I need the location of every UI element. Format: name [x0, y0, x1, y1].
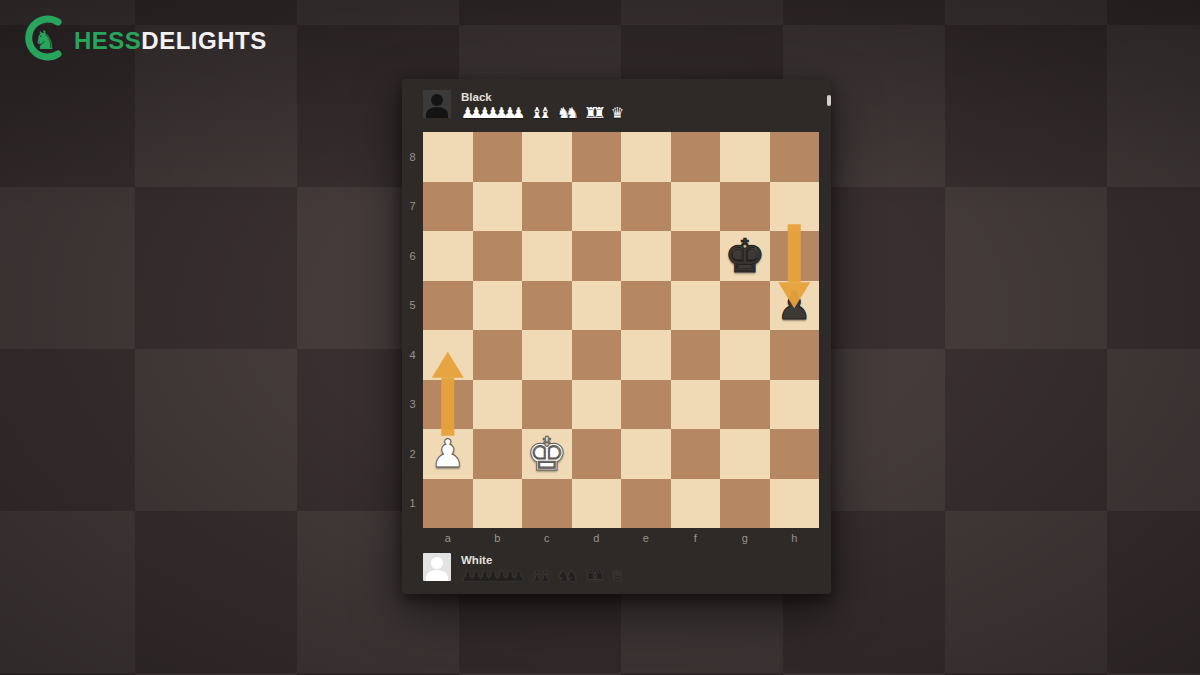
square-f1[interactable] — [671, 479, 721, 529]
square-c5[interactable] — [522, 281, 572, 331]
square-b8[interactable] — [473, 132, 523, 182]
file-labels: a b c d e f g h — [423, 528, 819, 548]
site-logo[interactable]: ♞ HESSDELIGHTS — [18, 11, 267, 65]
captured-queen: ♛ — [611, 567, 619, 585]
captured-bishops: ♝♝ — [530, 567, 547, 585]
square-f5[interactable] — [671, 281, 721, 331]
file-label: f — [671, 528, 721, 548]
captured-bishops: ♝♝ — [530, 104, 547, 122]
avatar-torso-icon — [426, 570, 448, 581]
square-e3[interactable] — [621, 380, 671, 430]
square-a1[interactable] — [423, 479, 473, 529]
square-g7[interactable] — [720, 182, 770, 232]
captured-pieces-by-black: ♟♟♟♟♟♟♟♝♝♞♞♜♜♛ — [461, 105, 619, 121]
square-f8[interactable] — [671, 132, 721, 182]
square-b6[interactable] — [473, 231, 523, 281]
piece-white-king-c2[interactable]: ♚ — [522, 429, 572, 479]
brand-text: HESSDELIGHTS — [74, 27, 267, 55]
black-avatar — [423, 90, 451, 118]
captured-queen: ♛ — [611, 104, 619, 122]
white-player-name: White — [461, 554, 619, 567]
square-a8[interactable] — [423, 132, 473, 182]
rank-label: 1 — [402, 479, 423, 529]
avatar-torso-icon — [426, 107, 448, 118]
widget-edge-marker — [827, 95, 831, 106]
piece-black-king-g6[interactable]: ♚ — [720, 231, 770, 281]
file-label: d — [572, 528, 622, 548]
captured-knights: ♞♞ — [557, 104, 574, 122]
square-f2[interactable] — [671, 429, 721, 479]
avatar-head-icon — [431, 557, 443, 569]
square-g3[interactable] — [720, 380, 770, 430]
square-d4[interactable] — [572, 330, 622, 380]
square-b4[interactable] — [473, 330, 523, 380]
knight-c-icon: ♞ — [18, 11, 70, 65]
square-c8[interactable] — [522, 132, 572, 182]
chess-board[interactable]: ♚♟♟♚ — [423, 132, 819, 528]
square-f7[interactable] — [671, 182, 721, 232]
square-e7[interactable] — [621, 182, 671, 232]
file-label: g — [720, 528, 770, 548]
avatar-head-icon — [431, 94, 443, 106]
file-label: b — [473, 528, 523, 548]
square-g6[interactable]: ♚ — [720, 231, 770, 281]
black-player-name: Black — [461, 91, 619, 104]
square-e8[interactable] — [621, 132, 671, 182]
file-label: e — [621, 528, 671, 548]
rank-label: 4 — [402, 330, 423, 380]
square-g1[interactable] — [720, 479, 770, 529]
rank-label: 5 — [402, 281, 423, 331]
square-b5[interactable] — [473, 281, 523, 331]
square-h3[interactable] — [770, 380, 820, 430]
square-d6[interactable] — [572, 231, 622, 281]
svg-text:♞: ♞ — [33, 25, 56, 55]
square-e1[interactable] — [621, 479, 671, 529]
square-d3[interactable] — [572, 380, 622, 430]
square-c3[interactable] — [522, 380, 572, 430]
file-label: c — [522, 528, 572, 548]
square-b7[interactable] — [473, 182, 523, 232]
captured-rooks: ♜♜ — [584, 567, 601, 585]
captured-pawns: ♟♟♟♟♟♟♟ — [461, 567, 520, 585]
square-g2[interactable] — [720, 429, 770, 479]
chess-widget: Black ♟♟♟♟♟♟♟♝♝♞♞♜♜♛ 8 7 6 5 4 3 2 1 ♚♟♟… — [402, 79, 831, 594]
square-e2[interactable] — [621, 429, 671, 479]
player-bar-white: White ♟♟♟♟♟♟♟♝♝♞♞♜♜♛ — [423, 553, 819, 583]
square-b1[interactable] — [473, 479, 523, 529]
square-g4[interactable] — [720, 330, 770, 380]
player-bar-black: Black ♟♟♟♟♟♟♟♝♝♞♞♜♜♛ — [423, 90, 819, 120]
square-e5[interactable] — [621, 281, 671, 331]
file-label: a — [423, 528, 473, 548]
brand-text-green: HESS — [74, 27, 141, 54]
square-h8[interactable] — [770, 132, 820, 182]
file-label: h — [770, 528, 820, 548]
square-c1[interactable] — [522, 479, 572, 529]
square-a3[interactable] — [423, 380, 473, 430]
square-e6[interactable] — [621, 231, 671, 281]
square-g5[interactable] — [720, 281, 770, 331]
square-f6[interactable] — [671, 231, 721, 281]
rank-label: 2 — [402, 429, 423, 479]
rank-label: 3 — [402, 380, 423, 430]
square-a6[interactable] — [423, 231, 473, 281]
square-b3[interactable] — [473, 380, 523, 430]
square-a7[interactable] — [423, 182, 473, 232]
square-f3[interactable] — [671, 380, 721, 430]
brand-text-white: DELIGHTS — [141, 27, 266, 54]
square-c7[interactable] — [522, 182, 572, 232]
square-h7[interactable] — [770, 182, 820, 232]
white-avatar — [423, 553, 451, 581]
square-f4[interactable] — [671, 330, 721, 380]
piece-white-pawn-a2[interactable]: ♟ — [423, 429, 473, 479]
captured-pawns: ♟♟♟♟♟♟♟ — [461, 104, 520, 122]
square-d1[interactable] — [572, 479, 622, 529]
rank-label: 8 — [402, 132, 423, 182]
square-a5[interactable] — [423, 281, 473, 331]
square-h6[interactable] — [770, 231, 820, 281]
square-h2[interactable] — [770, 429, 820, 479]
rank-labels: 8 7 6 5 4 3 2 1 — [402, 132, 423, 528]
captured-rooks: ♜♜ — [584, 104, 601, 122]
piece-black-pawn-h5[interactable]: ♟ — [770, 281, 820, 331]
square-a4[interactable] — [423, 330, 473, 380]
square-d7[interactable] — [572, 182, 622, 232]
square-d8[interactable] — [572, 132, 622, 182]
square-a2[interactable]: ♟ — [423, 429, 473, 479]
square-h1[interactable] — [770, 479, 820, 529]
rank-label: 6 — [402, 231, 423, 281]
square-c2[interactable]: ♚ — [522, 429, 572, 479]
square-g8[interactable] — [720, 132, 770, 182]
captured-knights: ♞♞ — [557, 567, 574, 585]
square-h5[interactable]: ♟ — [770, 281, 820, 331]
square-d5[interactable] — [572, 281, 622, 331]
square-e4[interactable] — [621, 330, 671, 380]
rank-label: 7 — [402, 182, 423, 232]
square-c6[interactable] — [522, 231, 572, 281]
square-b2[interactable] — [473, 429, 523, 479]
captured-pieces-by-white: ♟♟♟♟♟♟♟♝♝♞♞♜♜♛ — [461, 568, 619, 584]
square-h4[interactable] — [770, 330, 820, 380]
square-d2[interactable] — [572, 429, 622, 479]
square-c4[interactable] — [522, 330, 572, 380]
